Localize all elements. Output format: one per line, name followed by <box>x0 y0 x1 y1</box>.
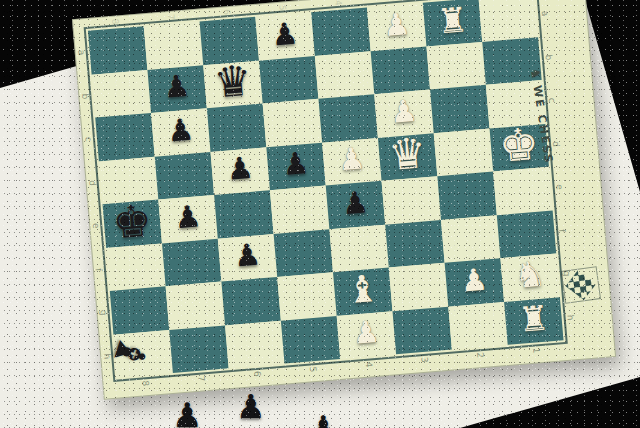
black-pawn-e5[interactable]: ♟ <box>281 148 310 180</box>
square-d6[interactable] <box>214 190 273 238</box>
label-left-e: e <box>91 223 101 229</box>
square-f7[interactable]: ♟ <box>151 108 210 156</box>
label-left-g: g <box>98 309 108 316</box>
label-left-b: b <box>80 93 90 100</box>
square-d7[interactable]: ♟ <box>158 195 217 243</box>
square-c8[interactable] <box>106 243 165 291</box>
square-h5[interactable]: ♟ <box>255 12 314 60</box>
black-pawn-e6[interactable]: ♟ <box>225 153 254 185</box>
square-c1[interactable] <box>497 210 556 258</box>
white-pawn-h3[interactable]: ♟ <box>382 9 411 41</box>
square-b7[interactable] <box>166 282 225 330</box>
label-bottom-1: 1 <box>531 347 541 354</box>
square-a8[interactable]: ♝ <box>113 330 172 378</box>
photo-stage: ♟♟♜♟♛♟♟♟♟♟♛♚♚♟♟♟♝♟♞♝♟♜ ♞ WE CHESS aa88bb… <box>0 0 640 428</box>
label-top-3: 3 <box>389 0 399 1</box>
captured-black-pawn-3[interactable]: ♟ <box>310 412 337 428</box>
black-pawn-g7[interactable]: ♟ <box>162 71 191 103</box>
square-f8[interactable] <box>95 113 154 161</box>
label-left-a: a <box>76 49 86 55</box>
white-bishop-b4[interactable]: ♝ <box>344 270 380 310</box>
label-right-a: a <box>540 10 550 16</box>
square-h3[interactable]: ♟ <box>367 3 426 51</box>
square-e7[interactable] <box>155 152 214 200</box>
square-g7[interactable]: ♟ <box>147 65 206 113</box>
square-b4[interactable]: ♝ <box>333 268 392 316</box>
square-d3[interactable] <box>382 176 441 224</box>
square-g4[interactable] <box>315 51 374 99</box>
square-a2[interactable] <box>448 302 507 350</box>
square-a4[interactable]: ♟ <box>337 311 396 359</box>
square-f4[interactable] <box>318 94 377 142</box>
label-right-h: h <box>565 314 575 321</box>
black-pawn-f7[interactable]: ♟ <box>166 114 195 146</box>
square-e4[interactable]: ♟ <box>322 137 381 185</box>
label-left-c: c <box>83 136 93 142</box>
white-queen-e3[interactable]: ♛ <box>387 132 428 177</box>
knight-logo-icon: ♞ <box>528 67 545 81</box>
white-knight-b1[interactable]: ♞ <box>513 257 547 295</box>
square-h4[interactable] <box>311 7 370 55</box>
black-pawn-h5[interactable]: ♟ <box>270 18 299 50</box>
square-e5[interactable]: ♟ <box>266 142 325 190</box>
label-top-4: 4 <box>333 0 343 6</box>
square-b3[interactable] <box>389 263 448 311</box>
white-pawn-b2[interactable]: ♟ <box>460 264 489 296</box>
label-top-7: 7 <box>166 14 176 21</box>
label-top-6: 6 <box>222 9 232 16</box>
square-f5[interactable] <box>263 99 322 147</box>
label-right-f: f <box>557 228 567 232</box>
black-king-d8[interactable]: ♚ <box>111 198 154 245</box>
black-pawn-d4[interactable]: ♟ <box>341 187 370 219</box>
label-bottom-7: 7 <box>196 375 206 382</box>
label-right-c: c <box>547 97 557 103</box>
square-h7[interactable] <box>144 22 203 70</box>
square-d8[interactable]: ♚ <box>103 200 162 248</box>
white-rook-a1[interactable]: ♜ <box>517 301 550 337</box>
white-pawn-a4[interactable]: ♟ <box>352 317 381 349</box>
label-right-g: g <box>562 270 572 277</box>
square-f6[interactable] <box>207 104 266 152</box>
square-c7[interactable] <box>162 238 221 286</box>
black-queen-g6[interactable]: ♛ <box>212 60 253 105</box>
label-left-d: d <box>87 179 97 186</box>
square-c5[interactable] <box>274 229 333 277</box>
square-a7[interactable] <box>169 325 228 373</box>
label-bottom-4: 4 <box>364 361 374 368</box>
square-g3[interactable] <box>371 46 430 94</box>
chess-board: ♟♟♜♟♛♟♟♟♟♟♛♚♚♟♟♟♝♟♞♝♟♜ ♞ WE CHESS aa88bb… <box>72 0 616 400</box>
square-e3[interactable]: ♛ <box>378 133 437 181</box>
square-a6[interactable] <box>225 320 284 368</box>
square-g2[interactable] <box>426 41 485 89</box>
square-a1[interactable]: ♜ <box>504 297 563 345</box>
square-b5[interactable] <box>277 272 336 320</box>
square-b1[interactable]: ♞ <box>500 253 559 301</box>
square-h8[interactable] <box>88 26 147 74</box>
square-d2[interactable] <box>437 171 496 219</box>
white-pawn-f3[interactable]: ♟ <box>389 95 418 127</box>
square-c3[interactable] <box>385 219 444 267</box>
square-c4[interactable] <box>329 224 388 272</box>
label-bottom-8: 8 <box>140 380 150 387</box>
black-pawn-d7[interactable]: ♟ <box>173 201 202 233</box>
white-pawn-e4[interactable]: ♟ <box>337 143 366 175</box>
square-h1[interactable] <box>479 0 538 41</box>
square-h2[interactable]: ♜ <box>423 0 482 46</box>
square-d5[interactable] <box>270 186 329 234</box>
captured-black-pawn-1[interactable]: ♟ <box>172 398 202 428</box>
square-b2[interactable]: ♟ <box>445 258 504 306</box>
captured-black-pawn-2[interactable]: ♟ <box>236 390 266 423</box>
label-bottom-3: 3 <box>419 357 429 364</box>
square-d4[interactable]: ♟ <box>326 181 385 229</box>
label-left-f: f <box>93 267 103 271</box>
square-b8[interactable] <box>110 286 169 334</box>
white-rook-h2[interactable]: ♜ <box>436 2 469 38</box>
square-e6[interactable]: ♟ <box>210 147 269 195</box>
label-top-5: 5 <box>277 4 287 11</box>
square-g6[interactable]: ♛ <box>203 60 262 108</box>
label-bottom-2: 2 <box>475 352 485 359</box>
square-g5[interactable] <box>259 55 318 103</box>
label-right-d: d <box>551 140 561 147</box>
square-a5[interactable] <box>281 316 340 364</box>
label-bottom-6: 6 <box>252 371 262 378</box>
fallen-black-bishop[interactable]: ♝ <box>106 329 155 375</box>
square-g8[interactable] <box>92 70 151 118</box>
white-king-e1[interactable]: ♚ <box>498 122 541 169</box>
label-right-e: e <box>554 184 564 190</box>
square-a3[interactable] <box>392 306 451 354</box>
board-grid: ♟♟♜♟♛♟♟♟♟♟♛♚♚♟♟♟♝♟♞♝♟♜ <box>88 0 564 378</box>
label-top-8: 8 <box>110 18 120 25</box>
square-c2[interactable] <box>441 215 500 263</box>
square-e2[interactable] <box>434 128 493 176</box>
square-f2[interactable] <box>430 85 489 133</box>
square-b6[interactable] <box>221 277 280 325</box>
label-right-b: b <box>543 54 553 61</box>
label-bottom-5: 5 <box>308 366 318 373</box>
square-d1[interactable] <box>493 167 552 215</box>
square-c6[interactable]: ♟ <box>218 234 277 282</box>
black-pawn-c6[interactable]: ♟ <box>233 240 262 272</box>
